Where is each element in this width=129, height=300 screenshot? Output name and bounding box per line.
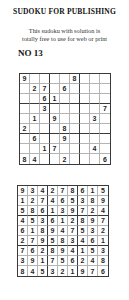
puzzle-cell-r6c9 xyxy=(100,124,110,134)
solution-cell-r8c3: 1 xyxy=(38,256,48,266)
solution-cell-r8c5: 5 xyxy=(58,256,68,266)
puzzle-cell-r6c1: 2 xyxy=(20,124,30,134)
solution-cell-r3c2: 8 xyxy=(28,206,38,216)
solution-cell-r9c9: 6 xyxy=(98,266,108,276)
puzzle-cell-r8c1 xyxy=(20,144,30,154)
solution-cell-r5c1: 6 xyxy=(18,226,28,236)
solution-cell-r6c7: 4 xyxy=(78,236,88,246)
solution-cell-r7c9: 3 xyxy=(98,246,108,256)
solution-cell-r7c2: 6 xyxy=(28,246,38,256)
puzzle-grid: 98276613719328691748426 xyxy=(19,73,111,165)
puzzle-cell-r1c5 xyxy=(60,74,70,84)
puzzle-cell-r1c6: 8 xyxy=(70,74,80,84)
solution-cell-r5c4: 9 xyxy=(48,226,58,236)
puzzle-cell-r4c7 xyxy=(80,104,90,114)
puzzle-cell-r4c8 xyxy=(90,104,100,114)
solution-cell-r8c7: 2 xyxy=(78,256,88,266)
puzzle-cell-r2c2: 2 xyxy=(30,84,40,94)
puzzle-cell-r3c8 xyxy=(90,94,100,104)
solution-cell-r1c2: 3 xyxy=(28,186,38,196)
puzzle-cell-r9c9: 6 xyxy=(100,154,110,164)
solution-cell-r6c4: 5 xyxy=(48,236,58,246)
puzzle-cell-r6c2 xyxy=(30,124,40,134)
puzzle-cell-r2c8 xyxy=(90,84,100,94)
puzzle-cell-r9c3 xyxy=(40,154,50,164)
solution-cell-r3c4: 1 xyxy=(48,206,58,216)
solution-cell-r7c3: 2 xyxy=(38,246,48,256)
solution-cell-r6c2: 7 xyxy=(28,236,38,246)
solution-cell-r2c7: 3 xyxy=(78,196,88,206)
solution-cell-r5c7: 5 xyxy=(78,226,88,236)
puzzle-cell-r7c5: 9 xyxy=(60,134,70,144)
puzzle-cell-r1c1: 9 xyxy=(20,74,30,84)
puzzle-cell-r7c7 xyxy=(80,134,90,144)
solution-cell-r2c3: 7 xyxy=(38,196,48,206)
subtitle: This sudoku with solution is totally fre… xyxy=(0,27,129,42)
solution-cell-r4c9: 7 xyxy=(98,216,108,226)
puzzle-cell-r5c8: 3 xyxy=(90,114,100,124)
puzzle-cell-r1c9 xyxy=(100,74,110,84)
puzzle-cell-r7c9 xyxy=(100,134,110,144)
solution-cell-r7c6: 4 xyxy=(68,246,78,256)
puzzle-cell-r3c4: 1 xyxy=(50,94,60,104)
solution-cell-r1c5: 7 xyxy=(58,186,68,196)
puzzle-cell-r5c7 xyxy=(80,114,90,124)
subtitle-line-1: This sudoku with solution is xyxy=(0,27,129,35)
solution-cell-r9c6: 1 xyxy=(68,266,78,276)
puzzle-cell-r3c6 xyxy=(70,94,80,104)
solution-cell-r7c4: 8 xyxy=(48,246,58,256)
puzzle-cell-r3c1 xyxy=(20,94,30,104)
sudoku-page: { "game": "sudoku", "header": { "title":… xyxy=(0,0,129,300)
puzzle-cell-r3c5 xyxy=(60,94,70,104)
puzzle-cell-r9c6 xyxy=(70,154,80,164)
puzzle-cell-r4c4 xyxy=(50,104,60,114)
puzzle-cell-r8c6 xyxy=(70,144,80,154)
page-title: SUDOKU FOR PUBLISHING xyxy=(0,7,129,16)
solution-cell-r5c2: 1 xyxy=(28,226,38,236)
puzzle-cell-r3c2 xyxy=(30,94,40,104)
puzzle-cell-r6c4 xyxy=(50,124,60,134)
puzzle-cell-r3c9 xyxy=(100,94,110,104)
solution-cell-r4c2: 5 xyxy=(28,216,38,226)
puzzle-cell-r1c3 xyxy=(40,74,50,84)
solution-grid: 9342786151274653895861397244536128976189… xyxy=(17,185,109,277)
puzzle-cell-r9c1: 8 xyxy=(20,154,30,164)
solution-cell-r4c7: 8 xyxy=(78,216,88,226)
solution-cell-r3c3: 6 xyxy=(38,206,48,216)
puzzle-cell-r5c3 xyxy=(40,114,50,124)
puzzle-cell-r4c1 xyxy=(20,104,30,114)
solution-cell-r8c4: 7 xyxy=(48,256,58,266)
solution-cell-r1c4: 2 xyxy=(48,186,58,196)
puzzle-cell-r7c1 xyxy=(20,134,30,144)
solution-cell-r4c1: 4 xyxy=(18,216,28,226)
solution-cell-r9c4: 3 xyxy=(48,266,58,276)
solution-cell-r2c2: 2 xyxy=(28,196,38,206)
puzzle-cell-r4c9: 7 xyxy=(100,104,110,114)
puzzle-cell-r6c8 xyxy=(90,124,100,134)
solution-cell-r3c9: 4 xyxy=(98,206,108,216)
puzzle-cell-r6c7 xyxy=(80,124,90,134)
puzzle-cell-r6c3 xyxy=(40,124,50,134)
solution-cell-r1c6: 8 xyxy=(68,186,78,196)
puzzle-cell-r5c5 xyxy=(60,114,70,124)
puzzle-cell-r2c5: 6 xyxy=(60,84,70,94)
solution-cell-r2c1: 1 xyxy=(18,196,28,206)
solution-cell-r5c5: 4 xyxy=(58,226,68,236)
puzzle-cell-r2c7 xyxy=(80,84,90,94)
puzzle-cell-r5c4: 9 xyxy=(50,114,60,124)
puzzle-cell-r5c6 xyxy=(70,114,80,124)
puzzle-cell-r2c3: 7 xyxy=(40,84,50,94)
puzzle-cell-r5c2: 1 xyxy=(30,114,40,124)
puzzle-cell-r9c5: 2 xyxy=(60,154,70,164)
puzzle-cell-r8c5 xyxy=(60,144,70,154)
puzzle-cell-r5c9 xyxy=(100,114,110,124)
puzzle-cell-r9c7 xyxy=(80,154,90,164)
puzzle-cell-r8c2 xyxy=(30,144,40,154)
solution-cell-r1c1: 9 xyxy=(18,186,28,196)
puzzle-cell-r9c4 xyxy=(50,154,60,164)
solution-cell-r3c5: 3 xyxy=(58,206,68,216)
solution-cell-r8c9: 8 xyxy=(98,256,108,266)
subtitle-line-2: totally free to use for web or print xyxy=(0,35,129,43)
solution-cell-r6c5: 8 xyxy=(58,236,68,246)
solution-cell-r8c6: 6 xyxy=(68,256,78,266)
solution-cell-r4c4: 6 xyxy=(48,216,58,226)
solution-cell-r3c6: 9 xyxy=(68,206,78,216)
solution-cell-r4c5: 1 xyxy=(58,216,68,226)
solution-cell-r4c8: 9 xyxy=(88,216,98,226)
solution-cell-r2c6: 5 xyxy=(68,196,78,206)
solution-cell-r1c8: 1 xyxy=(88,186,98,196)
puzzle-cell-r4c2 xyxy=(30,104,40,114)
puzzle-cell-r8c9 xyxy=(100,144,110,154)
puzzle-cell-r1c4 xyxy=(50,74,60,84)
puzzle-cell-r8c8: 4 xyxy=(90,144,100,154)
solution-cell-r7c1: 7 xyxy=(18,246,28,256)
solution-cell-r4c6: 2 xyxy=(68,216,78,226)
puzzle-cell-r4c5 xyxy=(60,104,70,114)
solution-cell-r5c9: 2 xyxy=(98,226,108,236)
puzzle-cell-r9c8 xyxy=(90,154,100,164)
puzzle-cell-r8c3: 1 xyxy=(40,144,50,154)
solution-cell-r7c8: 5 xyxy=(88,246,98,256)
puzzle-cell-r2c4 xyxy=(50,84,60,94)
puzzle-cell-r4c6 xyxy=(70,104,80,114)
puzzle-cell-r7c8 xyxy=(90,134,100,144)
solution-cell-r6c3: 9 xyxy=(38,236,48,246)
puzzle-cell-r8c4: 7 xyxy=(50,144,60,154)
puzzle-cell-r2c9 xyxy=(100,84,110,94)
solution-cell-r2c8: 8 xyxy=(88,196,98,206)
solution-cell-r2c9: 9 xyxy=(98,196,108,206)
solution-cell-r8c1: 3 xyxy=(18,256,28,266)
puzzle-cell-r7c6 xyxy=(70,134,80,144)
puzzle-cell-r1c2 xyxy=(30,74,40,84)
solution-cell-r2c4: 4 xyxy=(48,196,58,206)
solution-cell-r1c9: 5 xyxy=(98,186,108,196)
solution-cell-r9c5: 2 xyxy=(58,266,68,276)
puzzle-cell-r2c1 xyxy=(20,84,30,94)
puzzle-cell-r7c4 xyxy=(50,134,60,144)
puzzle-number-label: NO 13 xyxy=(18,48,43,58)
solution-cell-r3c7: 7 xyxy=(78,206,88,216)
puzzle-cell-r7c3 xyxy=(40,134,50,144)
solution-cell-r9c2: 4 xyxy=(28,266,38,276)
puzzle-cell-r6c6 xyxy=(70,124,80,134)
puzzle-cell-r1c8 xyxy=(90,74,100,84)
solution-cell-r6c6: 3 xyxy=(68,236,78,246)
puzzle-cell-r3c7 xyxy=(80,94,90,104)
solution-cell-r2c5: 6 xyxy=(58,196,68,206)
solution-cell-r8c8: 4 xyxy=(88,256,98,266)
puzzle-cell-r3c3: 6 xyxy=(40,94,50,104)
solution-cell-r9c8: 7 xyxy=(88,266,98,276)
puzzle-cell-r1c7 xyxy=(80,74,90,84)
solution-cell-r5c8: 3 xyxy=(88,226,98,236)
puzzle-cell-r4c3: 3 xyxy=(40,104,50,114)
solution-cell-r9c7: 9 xyxy=(78,266,88,276)
solution-cell-r3c8: 2 xyxy=(88,206,98,216)
puzzle-cell-r2c6 xyxy=(70,84,80,94)
puzzle-cell-r8c7 xyxy=(80,144,90,154)
solution-cell-r8c2: 9 xyxy=(28,256,38,266)
solution-cell-r7c7: 1 xyxy=(78,246,88,256)
solution-cell-r6c1: 2 xyxy=(18,236,28,246)
solution-cell-r9c3: 5 xyxy=(38,266,48,276)
solution-cell-r6c8: 6 xyxy=(88,236,98,246)
solution-cell-r3c1: 5 xyxy=(18,206,28,216)
puzzle-cell-r5c1 xyxy=(20,114,30,124)
solution-cell-r9c1: 8 xyxy=(18,266,28,276)
puzzle-cell-r7c2: 6 xyxy=(30,134,40,144)
solution-cell-r7c5: 9 xyxy=(58,246,68,256)
solution-cell-r1c3: 4 xyxy=(38,186,48,196)
solution-cell-r4c3: 3 xyxy=(38,216,48,226)
solution-cell-r1c7: 6 xyxy=(78,186,88,196)
puzzle-cell-r6c5: 8 xyxy=(60,124,70,134)
solution-cell-r5c3: 8 xyxy=(38,226,48,236)
solution-cell-r5c6: 7 xyxy=(68,226,78,236)
solution-cell-r6c9: 1 xyxy=(98,236,108,246)
puzzle-cell-r9c2: 4 xyxy=(30,154,40,164)
